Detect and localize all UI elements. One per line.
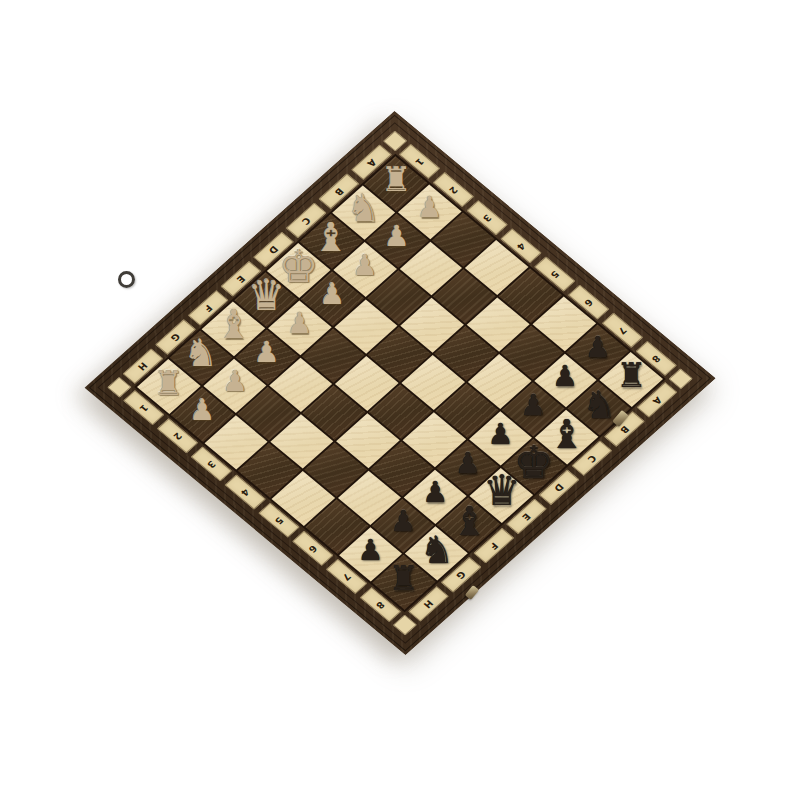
piece-white-knight-g1: ♞ (184, 335, 218, 373)
file-label-text: F (202, 303, 214, 313)
file-label-text: C (300, 215, 312, 226)
file-label-text: A (365, 157, 378, 168)
piece-black-bishop-c8: ♝ (549, 413, 585, 453)
file-label-text: C (586, 453, 598, 464)
file-label-text: H (422, 598, 435, 609)
piece-white-pawn-d2: ♟ (319, 280, 345, 309)
file-label-text: G (455, 569, 468, 580)
piece-black-pawn-d7: ♟ (487, 420, 513, 449)
piece-white-pawn-f2: ♟ (254, 338, 280, 367)
rank-label-text: 7 (341, 571, 353, 581)
rank-label-text: 1 (414, 156, 426, 166)
piece-white-pawn-e2: ♟ (287, 309, 313, 338)
product-photo-scene: ABCDEFGH ABCDEFGH 12345678 12345678 ♜♟♟♜… (0, 0, 800, 800)
file-label-text: D (553, 482, 566, 493)
piece-black-pawn-h7: ♟ (357, 536, 383, 565)
rank-label-text: 2 (172, 431, 184, 441)
piece-black-pawn-b7: ♟ (552, 362, 578, 391)
piece-white-pawn-a2: ♟ (417, 193, 443, 222)
piece-white-rook-h1: ♜ (153, 365, 183, 399)
piece-black-pawn-e7: ♟ (455, 449, 481, 478)
file-label-text: B (333, 186, 345, 197)
piece-white-pawn-b2: ♟ (384, 222, 410, 251)
rank-label-text: 8 (650, 353, 662, 363)
piece-white-knight-b1: ♞ (346, 190, 380, 228)
piece-black-rook-a8: ♜ (616, 358, 646, 392)
playing-squares-grid: ♜♟♟♜♞♟♟♞♝♟♟♝♚♟♟♚♛♟♟♛♝♟♟♝♞♟♟♞♜♟♟♜ (134, 154, 666, 612)
rank-label-text: 5 (273, 515, 285, 525)
file-label-text: H (136, 361, 149, 372)
piece-black-queen-e8: ♛ (483, 471, 521, 513)
piece-white-rook-a1: ♜ (381, 163, 411, 197)
piece-black-pawn-c7: ♟ (520, 391, 546, 420)
piece-white-pawn-c2: ♟ (352, 251, 378, 280)
rank-label-text: 6 (583, 297, 595, 307)
piece-white-pawn-g2: ♟ (222, 367, 248, 396)
rank-label-text: 4 (239, 487, 251, 497)
rank-label-text: 5 (549, 269, 561, 279)
piece-black-bishop-f8: ♝ (451, 501, 487, 541)
chess-board: ABCDEFGH ABCDEFGH 12345678 12345678 ♜♟♟♜… (85, 111, 716, 655)
piece-black-pawn-g7: ♟ (390, 507, 416, 536)
piece-white-pawn-h2: ♟ (189, 396, 215, 425)
rank-label-text: 3 (481, 213, 493, 223)
file-label-text: G (169, 331, 182, 342)
file-label-text: E (520, 511, 532, 521)
rank-label-text: 4 (515, 241, 527, 251)
piece-black-pawn-a7: ♟ (585, 333, 611, 362)
piece-white-bishop-f1: ♝ (216, 305, 252, 345)
rank-label-text: 7 (616, 325, 628, 335)
rank-label-text: 2 (447, 184, 459, 194)
rank-label-text: 3 (205, 459, 217, 469)
piece-black-knight-b8: ♞ (582, 385, 616, 423)
rank-label-text: 6 (307, 543, 319, 553)
file-label-text: A (651, 394, 664, 405)
piece-black-knight-g8: ♞ (419, 530, 453, 568)
piece-white-queen-e1: ♛ (247, 275, 285, 317)
hinge-ring-icon (118, 271, 135, 288)
piece-black-rook-h8: ♜ (389, 561, 419, 595)
file-label-text: F (488, 540, 500, 550)
rank-label-text: 8 (374, 599, 386, 609)
file-label-text: E (235, 274, 247, 284)
rank-label-text: 1 (138, 402, 150, 412)
piece-black-pawn-f7: ♟ (422, 478, 448, 507)
